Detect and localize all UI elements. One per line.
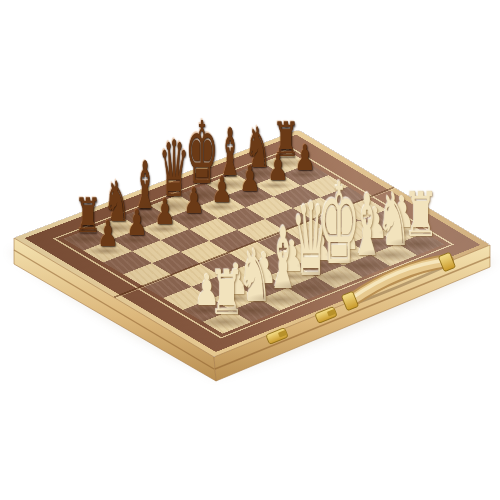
chess-set-photo: ♜♞♝♛♚♝♞♜♟♟♟♟♟♟♟♟♟♟♟♟♟♟♟♟♜♞♝♛♚♝♞♜ (0, 0, 500, 500)
chess-board (14, 130, 490, 357)
light-sheen (14, 130, 490, 357)
